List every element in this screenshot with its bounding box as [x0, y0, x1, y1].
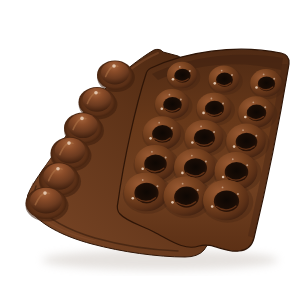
cavity-hole [152, 125, 173, 143]
ring-specular-dot [180, 99, 182, 101]
ring-specular-dot [171, 127, 173, 129]
cone-tip-specular [43, 191, 47, 195]
cavity-hole [184, 158, 207, 178]
cavity-hole [194, 129, 215, 147]
ring-specular-dot [200, 126, 202, 128]
ring-specular-dot [156, 185, 158, 187]
ring-specular-dot [181, 172, 184, 175]
ring-specular-dot [255, 86, 258, 89]
ring-specular-dot [202, 112, 205, 115]
cavity-hole [258, 76, 275, 91]
ring-specular-dot [221, 70, 223, 72]
ring-specular-dot [264, 106, 266, 108]
ring-specular-dot [222, 102, 224, 104]
ring-specular-dot [237, 193, 239, 195]
ring-specular-dot [179, 66, 181, 68]
ring-specular-dot [213, 131, 215, 133]
cone-tip-specular [56, 167, 60, 171]
cavity-hole [236, 133, 258, 152]
ring-specular-dot [141, 167, 144, 170]
ring-specular-dot [244, 116, 247, 119]
cavity-hole [163, 97, 182, 113]
ring-specular-dot [171, 201, 174, 204]
ring-specular-dot [182, 183, 184, 185]
ring-specular-dot [191, 141, 194, 144]
ring-specular-dot [158, 122, 160, 124]
ring-specular-dot [222, 187, 224, 189]
cone-tip-specular [80, 117, 84, 121]
ring-specular-dot [149, 137, 152, 140]
cavity-hole [144, 154, 167, 173]
ring-specular-dot [151, 151, 153, 153]
cone-tip-specular [67, 141, 71, 145]
ring-specular-dot [222, 176, 225, 179]
cavity-hole [174, 187, 199, 208]
cavity-hole [205, 101, 224, 117]
ring-specular-dot [169, 94, 171, 96]
chocolate-mold-photo [0, 0, 300, 300]
ring-specular-dot [242, 129, 244, 131]
ring-specular-dot [132, 197, 135, 200]
ring-specular-dot [263, 73, 265, 75]
ring-specular-dot [172, 78, 175, 81]
ring-specular-dot [246, 164, 248, 166]
ring-specular-dot [161, 107, 164, 110]
cavity-hole [174, 69, 191, 83]
ring-specular-dot [210, 98, 212, 100]
ring-specular-dot [211, 205, 214, 208]
ring-specular-dot [233, 145, 236, 148]
cone-tip-specular [94, 91, 98, 95]
ring-specular-dot [252, 101, 254, 103]
product-photo-stage [0, 0, 300, 300]
ring-specular-dot [197, 189, 199, 191]
cavity-hole [216, 73, 233, 87]
cavity-hole [134, 183, 158, 204]
ring-specular-dot [142, 179, 144, 181]
ring-specular-dot [232, 158, 234, 160]
ring-specular-dot [189, 70, 191, 72]
ring-specular-dot [255, 135, 257, 137]
ring-specular-dot [273, 78, 275, 80]
cone-tip-specular [112, 64, 116, 68]
cavity-hole [214, 190, 239, 212]
ring-specular-dot [213, 82, 216, 85]
ring-specular-dot [205, 160, 207, 162]
ring-specular-dot [191, 155, 193, 157]
ring-specular-dot [165, 157, 167, 159]
cavity-hole [225, 162, 249, 182]
ring-specular-dot [231, 74, 233, 76]
cavity-hole [247, 105, 267, 122]
